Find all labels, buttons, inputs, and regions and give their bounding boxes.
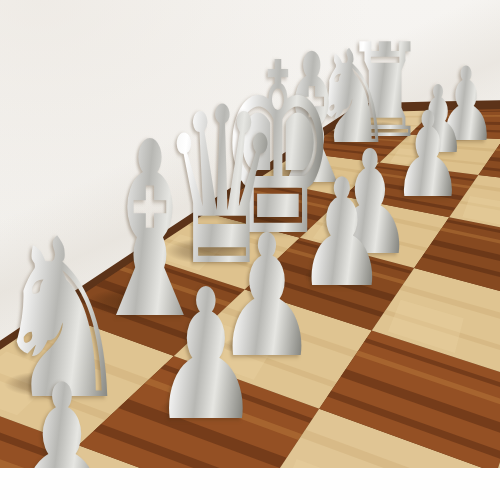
chess-photo-scene: ♜♟♞♟♝♟♚♟♛♟♝♟♞♟♟: [0, 0, 500, 500]
chess-board: [0, 0, 500, 500]
letterbox-bar: [0, 468, 500, 500]
